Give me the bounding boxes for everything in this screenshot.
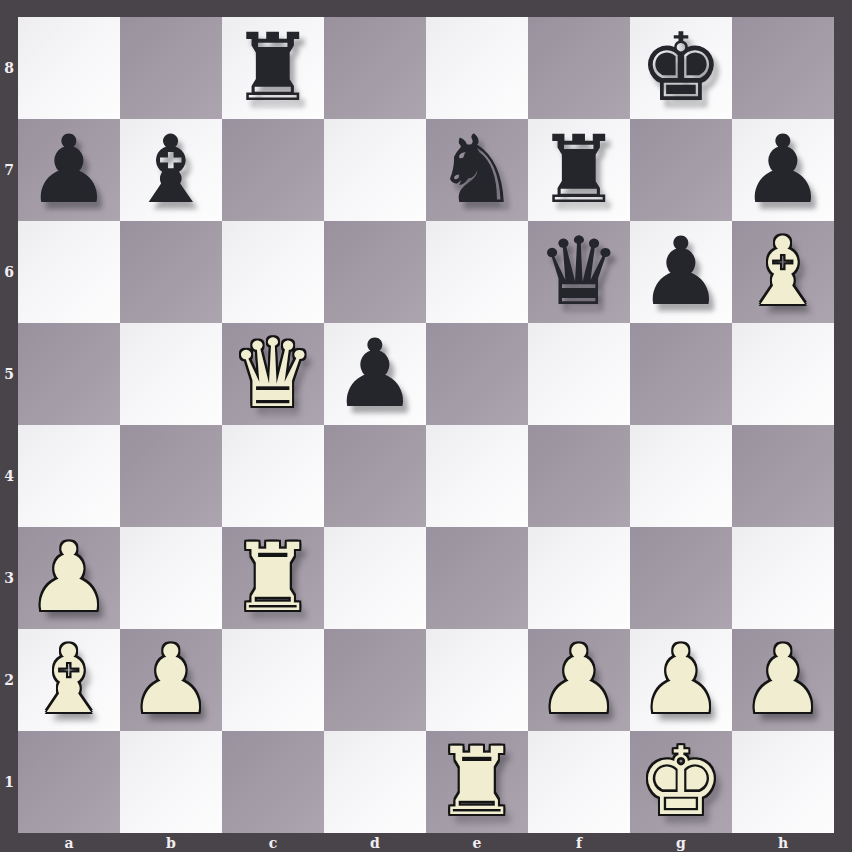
- square-d1[interactable]: [324, 731, 426, 833]
- black-knight-piece[interactable]: ♞: [435, 123, 519, 217]
- square-a4[interactable]: [18, 425, 120, 527]
- square-b3[interactable]: [120, 527, 222, 629]
- file-label-d: d: [324, 833, 426, 852]
- rank-label-3: 3: [0, 527, 18, 629]
- square-h7[interactable]: ♟: [732, 119, 834, 221]
- square-b6[interactable]: [120, 221, 222, 323]
- file-label-f: f: [528, 833, 630, 852]
- white-queen-piece[interactable]: ♛: [231, 327, 315, 421]
- square-f8[interactable]: [528, 17, 630, 119]
- black-pawn-piece[interactable]: ♟: [333, 327, 417, 421]
- square-f7[interactable]: ♜: [528, 119, 630, 221]
- chess-board: ♜♚♟♝♞♜♟♛♟♝♛♟♟♜♝♟♟♟♟♜♚: [18, 17, 834, 833]
- rank-label-7: 7: [0, 119, 18, 221]
- square-g1[interactable]: ♚: [630, 731, 732, 833]
- rank-label-8: 8: [0, 17, 18, 119]
- file-label-c: c: [222, 833, 324, 852]
- square-h2[interactable]: ♟: [732, 629, 834, 731]
- square-a3[interactable]: ♟: [18, 527, 120, 629]
- black-pawn-piece[interactable]: ♟: [741, 123, 825, 217]
- square-e2[interactable]: [426, 629, 528, 731]
- square-b4[interactable]: [120, 425, 222, 527]
- square-a6[interactable]: [18, 221, 120, 323]
- square-d4[interactable]: [324, 425, 426, 527]
- square-c4[interactable]: [222, 425, 324, 527]
- white-pawn-piece[interactable]: ♟: [639, 633, 723, 727]
- file-label-a: a: [18, 833, 120, 852]
- white-bishop-piece[interactable]: ♝: [27, 633, 111, 727]
- square-g7[interactable]: [630, 119, 732, 221]
- black-rook-piece[interactable]: ♜: [537, 123, 621, 217]
- square-e6[interactable]: [426, 221, 528, 323]
- square-h6[interactable]: ♝: [732, 221, 834, 323]
- square-c6[interactable]: [222, 221, 324, 323]
- black-pawn-piece[interactable]: ♟: [639, 225, 723, 319]
- square-f4[interactable]: [528, 425, 630, 527]
- white-king-piece[interactable]: ♚: [639, 735, 723, 829]
- square-f1[interactable]: [528, 731, 630, 833]
- file-label-h: h: [732, 833, 834, 852]
- square-e7[interactable]: ♞: [426, 119, 528, 221]
- square-d3[interactable]: [324, 527, 426, 629]
- square-b1[interactable]: [120, 731, 222, 833]
- square-f6[interactable]: ♛: [528, 221, 630, 323]
- square-g8[interactable]: ♚: [630, 17, 732, 119]
- rank-label-2: 2: [0, 629, 18, 731]
- square-d5[interactable]: ♟: [324, 323, 426, 425]
- white-pawn-piece[interactable]: ♟: [537, 633, 621, 727]
- black-king-piece[interactable]: ♚: [639, 21, 723, 115]
- square-a8[interactable]: [18, 17, 120, 119]
- square-c8[interactable]: ♜: [222, 17, 324, 119]
- square-e1[interactable]: ♜: [426, 731, 528, 833]
- square-h5[interactable]: [732, 323, 834, 425]
- rank-label-6: 6: [0, 221, 18, 323]
- black-bishop-piece[interactable]: ♝: [129, 123, 213, 217]
- square-g6[interactable]: ♟: [630, 221, 732, 323]
- board-frame: 87654321 abcdefgh ♜♚♟♝♞♜♟♛♟♝♛♟♟♜♝♟♟♟♟♜♚: [0, 0, 852, 852]
- square-e5[interactable]: [426, 323, 528, 425]
- white-pawn-piece[interactable]: ♟: [129, 633, 213, 727]
- square-f2[interactable]: ♟: [528, 629, 630, 731]
- square-g2[interactable]: ♟: [630, 629, 732, 731]
- black-rook-piece[interactable]: ♜: [231, 21, 315, 115]
- black-queen-piece[interactable]: ♛: [537, 225, 621, 319]
- square-b2[interactable]: ♟: [120, 629, 222, 731]
- rank-label-5: 5: [0, 323, 18, 425]
- rank-label-1: 1: [0, 731, 18, 833]
- square-h3[interactable]: [732, 527, 834, 629]
- square-f3[interactable]: [528, 527, 630, 629]
- rank-label-4: 4: [0, 425, 18, 527]
- file-label-b: b: [120, 833, 222, 852]
- square-f5[interactable]: [528, 323, 630, 425]
- black-pawn-piece[interactable]: ♟: [27, 123, 111, 217]
- rank-labels: 87654321: [0, 17, 18, 833]
- square-b7[interactable]: ♝: [120, 119, 222, 221]
- square-e4[interactable]: [426, 425, 528, 527]
- square-a1[interactable]: [18, 731, 120, 833]
- square-h1[interactable]: [732, 731, 834, 833]
- square-e8[interactable]: [426, 17, 528, 119]
- square-a2[interactable]: ♝: [18, 629, 120, 731]
- square-g3[interactable]: [630, 527, 732, 629]
- square-c5[interactable]: ♛: [222, 323, 324, 425]
- square-g5[interactable]: [630, 323, 732, 425]
- square-a5[interactable]: [18, 323, 120, 425]
- square-c7[interactable]: [222, 119, 324, 221]
- white-rook-piece[interactable]: ♜: [435, 735, 519, 829]
- square-b5[interactable]: [120, 323, 222, 425]
- square-g4[interactable]: [630, 425, 732, 527]
- square-c3[interactable]: ♜: [222, 527, 324, 629]
- square-h4[interactable]: [732, 425, 834, 527]
- white-rook-piece[interactable]: ♜: [231, 531, 315, 625]
- white-pawn-piece[interactable]: ♟: [27, 531, 111, 625]
- square-a7[interactable]: ♟: [18, 119, 120, 221]
- square-c2[interactable]: [222, 629, 324, 731]
- square-h8[interactable]: [732, 17, 834, 119]
- square-c1[interactable]: [222, 731, 324, 833]
- white-pawn-piece[interactable]: ♟: [741, 633, 825, 727]
- white-bishop-piece[interactable]: ♝: [741, 225, 825, 319]
- square-e3[interactable]: [426, 527, 528, 629]
- square-b8[interactable]: [120, 17, 222, 119]
- square-d8[interactable]: [324, 17, 426, 119]
- square-d2[interactable]: [324, 629, 426, 731]
- square-d7[interactable]: [324, 119, 426, 221]
- square-d6[interactable]: [324, 221, 426, 323]
